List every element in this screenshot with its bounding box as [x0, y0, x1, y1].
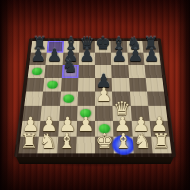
black-pawn-g7[interactable]: ♟ — [128, 46, 144, 63]
square-e3[interactable] — [95, 106, 113, 121]
square-d6[interactable] — [78, 65, 95, 78]
chess-app-screen: ♜♝♛♚♝♞♜♟♟♟♟♟♟♟♞♟♟♛♟♟♟♟♟♟♟♜♞♝♚♝♞♜ — [0, 0, 190, 190]
white-rook-h1[interactable]: ♜ — [152, 131, 170, 151]
square-e7[interactable] — [95, 53, 111, 65]
white-king-e1[interactable]: ♚ — [95, 131, 113, 151]
square-d4[interactable] — [77, 92, 95, 106]
legal-move-dot-a6[interactable] — [31, 67, 42, 75]
square-c5[interactable] — [61, 78, 79, 92]
square-d1[interactable] — [76, 137, 95, 154]
black-pawn-b7[interactable]: ♟ — [47, 46, 63, 63]
square-b4[interactable] — [42, 92, 61, 106]
square-f5[interactable] — [112, 78, 130, 92]
black-knight-c6[interactable]: ♞ — [62, 59, 78, 77]
square-b6[interactable] — [45, 65, 63, 78]
black-pawn-f7[interactable]: ♟ — [112, 46, 128, 63]
black-pawn-d7[interactable]: ♟ — [79, 46, 95, 63]
white-knight-g1[interactable]: ♞ — [133, 131, 151, 151]
square-g5[interactable] — [129, 78, 147, 92]
square-h6[interactable] — [144, 65, 162, 78]
white-bishop-f1[interactable]: ♝ — [114, 131, 132, 151]
white-bishop-c1[interactable]: ♝ — [58, 131, 76, 151]
square-g6[interactable] — [128, 65, 146, 78]
square-a6[interactable] — [28, 65, 46, 78]
square-h4[interactable] — [147, 92, 166, 106]
black-pawn-a7[interactable]: ♟ — [30, 46, 46, 63]
white-pawn-e4[interactable]: ♟ — [95, 85, 112, 104]
square-c4[interactable] — [60, 92, 78, 106]
square-a4[interactable] — [24, 92, 43, 106]
black-king-e8[interactable]: ♚ — [95, 35, 110, 52]
square-b5[interactable] — [43, 78, 61, 92]
square-d5[interactable] — [78, 78, 95, 92]
white-rook-a1[interactable]: ♜ — [20, 131, 38, 151]
black-pawn-h7[interactable]: ♟ — [144, 46, 160, 63]
legal-move-dot-c4[interactable] — [63, 94, 74, 103]
legal-move-dot-b5[interactable] — [47, 80, 58, 88]
white-pawn-d2[interactable]: ♟ — [77, 115, 95, 135]
square-f6[interactable] — [111, 65, 128, 78]
square-g4[interactable] — [129, 92, 148, 106]
square-a5[interactable] — [26, 78, 44, 92]
white-knight-b1[interactable]: ♞ — [39, 131, 57, 151]
square-h5[interactable] — [145, 78, 163, 92]
